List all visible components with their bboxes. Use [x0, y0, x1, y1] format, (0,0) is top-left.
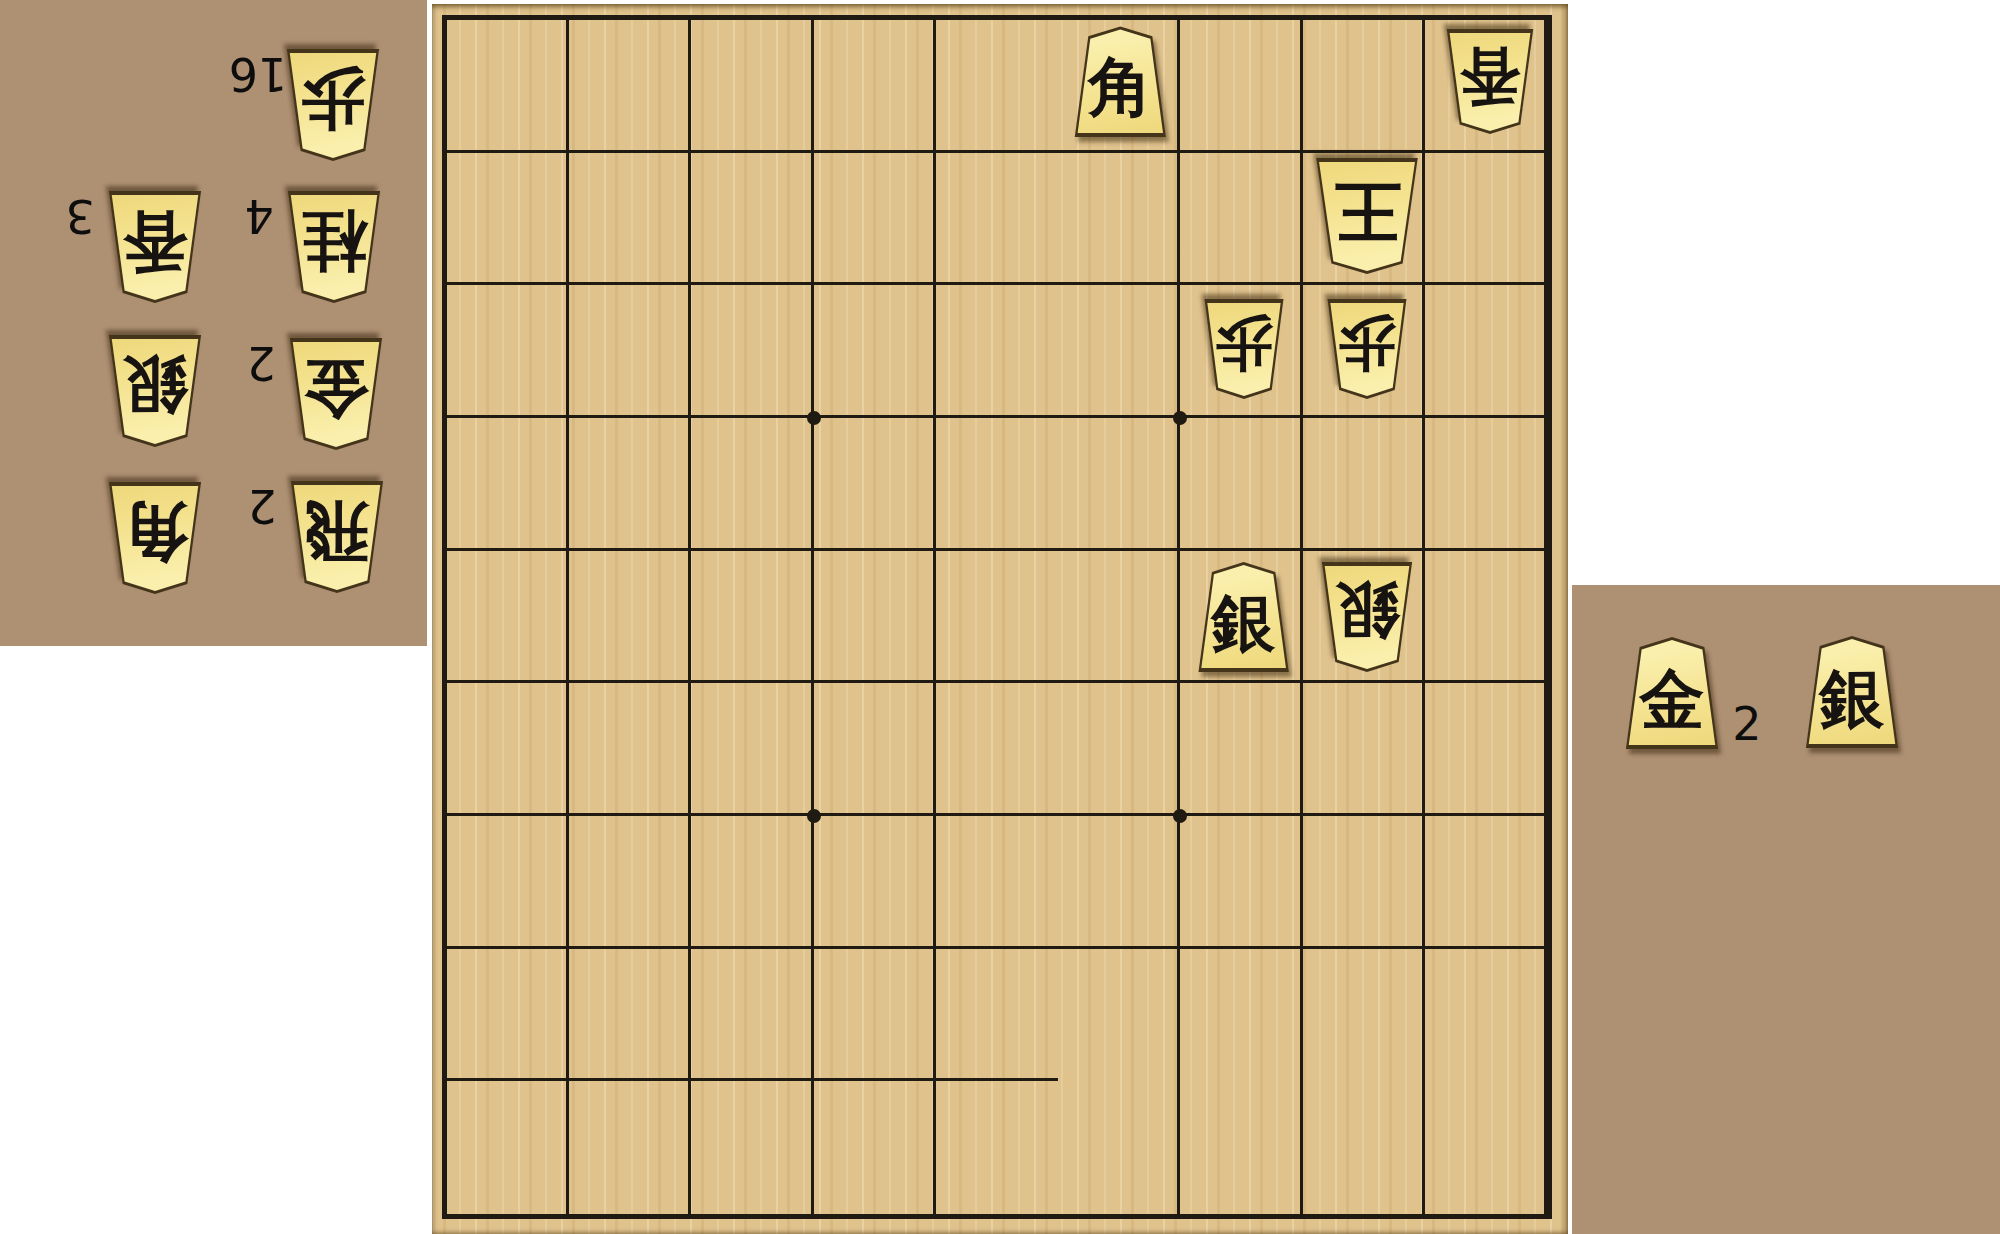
piece-kanji: 桂 [302, 209, 367, 274]
board-cell[interactable] [936, 153, 1058, 286]
board-cell[interactable] [447, 418, 569, 551]
board-cell[interactable] [1180, 949, 1302, 1082]
board-cell[interactable] [691, 551, 813, 684]
shogi-piece-knight[interactable]: 桂 [285, 191, 383, 303]
shogi-piece-silver[interactable]: 銀 [1803, 636, 1901, 748]
shogi-piece-silver[interactable]: 銀 [106, 335, 204, 447]
board-cell[interactable] [1303, 816, 1425, 949]
piece-kanji: 銀 [1212, 591, 1276, 655]
shogi-piece-lance-gote[interactable]: 香 [1444, 29, 1536, 134]
board-cell[interactable] [447, 683, 569, 816]
gote-captured-tray: 飛2角金2銀桂4香3歩16 [0, 0, 427, 646]
board-cell[interactable] [814, 949, 936, 1082]
board-cell[interactable] [936, 816, 1058, 949]
shogi-piece-rook[interactable]: 飛 [288, 481, 386, 593]
board-cell[interactable] [1180, 816, 1302, 949]
shogi-piece-pawn-gote[interactable]: 歩 [1202, 299, 1286, 399]
board-cell[interactable] [691, 153, 813, 286]
board-cell[interactable] [1425, 1081, 1547, 1214]
star-point [807, 809, 821, 823]
shogi-piece-pawn[interactable]: 歩 [284, 49, 382, 161]
board-cell[interactable] [1180, 20, 1302, 153]
piece-kanji: 金 [304, 356, 369, 421]
board-cell[interactable] [447, 153, 569, 286]
shogi-piece-bishop[interactable]: 角 [1072, 26, 1169, 137]
board-cell[interactable] [936, 20, 1058, 153]
board-cell[interactable] [1425, 418, 1547, 551]
sente-captured-tray: 金2銀 [1572, 585, 2000, 1234]
board-cell[interactable] [936, 551, 1058, 684]
board-cell[interactable] [936, 1081, 1058, 1214]
board-cell[interactable] [1058, 153, 1180, 286]
board-cell[interactable] [1425, 551, 1547, 684]
board-cell[interactable] [569, 551, 691, 684]
board-cell[interactable] [1058, 816, 1180, 949]
shogi-piece-pawn-gote[interactable]: 歩 [1325, 299, 1409, 399]
board-cell[interactable] [447, 949, 569, 1082]
board-cell[interactable] [1058, 285, 1180, 418]
board-cell[interactable] [447, 551, 569, 684]
board-cell[interactable] [936, 418, 1058, 551]
piece-kanji: 角 [1088, 55, 1152, 119]
shogi-piece-lance[interactable]: 香 [106, 191, 204, 303]
board-cell[interactable] [1303, 949, 1425, 1082]
hand-piece-count: 2 [1732, 701, 1761, 747]
board-cell[interactable] [1058, 1081, 1180, 1214]
board-cell[interactable] [814, 816, 936, 949]
board-cell[interactable] [1425, 949, 1547, 1082]
board-cell[interactable] [691, 20, 813, 153]
board-cell[interactable] [691, 1081, 813, 1214]
board-cell[interactable] [1180, 683, 1302, 816]
board-cell[interactable] [1058, 949, 1180, 1082]
board-cell[interactable] [814, 551, 936, 684]
shogi-diagram: 飛2角金2銀桂4香3歩16 金2銀 角香王歩歩銀銀 [0, 0, 2000, 1234]
star-point [1173, 809, 1187, 823]
board-cell[interactable] [1303, 683, 1425, 816]
board-cell[interactable] [936, 285, 1058, 418]
board-cell[interactable] [814, 1081, 936, 1214]
board-cell[interactable] [814, 683, 936, 816]
shogi-piece-gold[interactable]: 金 [1623, 637, 1721, 749]
board-cell[interactable] [1425, 683, 1547, 816]
board-cell[interactable] [1425, 285, 1547, 418]
board-cell[interactable] [447, 1081, 569, 1214]
board-cell[interactable] [447, 20, 569, 153]
board-cell[interactable] [691, 418, 813, 551]
board-cell[interactable] [1180, 1081, 1302, 1214]
board-cell[interactable] [936, 949, 1058, 1082]
piece-kanji: 香 [1460, 46, 1521, 107]
piece-kanji: 歩 [1338, 315, 1396, 373]
star-point [1173, 411, 1187, 425]
hand-piece-count: 16 [229, 51, 288, 97]
star-point [807, 411, 821, 425]
hand-piece-count: 2 [247, 483, 276, 529]
board-cell[interactable] [1303, 418, 1425, 551]
board-cell[interactable] [447, 816, 569, 949]
board-cell[interactable] [569, 683, 691, 816]
board-cell[interactable] [1303, 20, 1425, 153]
board-cell[interactable] [1425, 816, 1547, 949]
board-cell[interactable] [691, 816, 813, 949]
board-cell[interactable] [569, 285, 691, 418]
shogi-piece-silver[interactable]: 銀 [1196, 562, 1292, 672]
shogi-piece-gold[interactable]: 金 [287, 338, 385, 450]
hand-piece-count: 4 [244, 193, 273, 239]
board-cell[interactable] [1303, 1081, 1425, 1214]
piece-kanji: 歩 [1215, 315, 1273, 373]
board-cell[interactable] [569, 816, 691, 949]
board-cell[interactable] [814, 285, 936, 418]
piece-kanji: 飛 [305, 499, 370, 564]
board-cell[interactable] [1058, 551, 1180, 684]
piece-kanji: 銀 [1335, 580, 1399, 644]
board-cell[interactable] [1425, 153, 1547, 286]
board-cell[interactable] [569, 20, 691, 153]
board-cell[interactable] [1180, 153, 1302, 286]
shogi-piece-silver-gote[interactable]: 銀 [1319, 562, 1415, 672]
piece-kanji: 香 [123, 209, 188, 274]
board-cell[interactable] [691, 949, 813, 1082]
board-cell[interactable] [814, 418, 936, 551]
board-cell[interactable] [569, 949, 691, 1082]
piece-kanji: 銀 [1820, 665, 1885, 730]
hand-piece-count: 2 [246, 340, 275, 386]
piece-kanji: 王 [1333, 176, 1400, 243]
board-cell[interactable] [936, 683, 1058, 816]
board-cell[interactable] [691, 285, 813, 418]
board-cell[interactable] [1058, 683, 1180, 816]
hand-piece-count: 3 [65, 193, 94, 239]
board-cell[interactable] [447, 285, 569, 418]
board-cell[interactable] [814, 153, 936, 286]
board-cell[interactable] [569, 153, 691, 286]
board-cell[interactable] [814, 20, 936, 153]
shogi-piece-king-gote[interactable]: 王 [1313, 158, 1421, 274]
board-cell[interactable] [691, 683, 813, 816]
board-cell[interactable] [1180, 418, 1302, 551]
board-cell[interactable] [1058, 418, 1180, 551]
board-cell[interactable] [569, 1081, 691, 1214]
shogi-piece-bishop[interactable]: 角 [106, 482, 204, 594]
piece-kanji: 銀 [123, 353, 188, 418]
piece-kanji: 金 [1640, 666, 1705, 731]
piece-kanji: 歩 [301, 67, 366, 132]
board-cell[interactable] [569, 418, 691, 551]
piece-kanji: 角 [123, 500, 188, 565]
